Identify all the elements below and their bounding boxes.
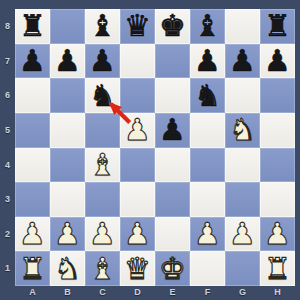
square-g4[interactable]: [225, 148, 260, 183]
square-b5[interactable]: [50, 113, 85, 148]
square-c7[interactable]: ♟: [85, 44, 120, 79]
white-pawn-d5[interactable]: ♟: [124, 114, 151, 146]
chessboard-frame: 87654321 ♜♝♛♚♝♜♟♟♟♟♟♟♞♞♟♟♞♝♟♟♟♟♟♟♟♜♞♝♛♚♜…: [0, 0, 300, 300]
square-g7[interactable]: ♟: [225, 44, 260, 79]
square-b1[interactable]: ♞: [50, 251, 85, 286]
black-pawn-c7[interactable]: ♟: [89, 45, 116, 77]
square-h5[interactable]: [260, 113, 295, 148]
square-e5[interactable]: ♟: [155, 113, 190, 148]
file-label-H: H: [260, 286, 295, 300]
white-bishop-c4[interactable]: ♝: [89, 149, 116, 181]
file-labels: ABCDEFGH: [15, 286, 295, 300]
black-bishop-f8[interactable]: ♝: [194, 10, 221, 42]
rank-label-8: 8: [0, 9, 15, 44]
square-b6[interactable]: [50, 78, 85, 113]
black-pawn-g7[interactable]: ♟: [229, 45, 256, 77]
black-knight-c6[interactable]: ♞: [89, 80, 116, 112]
square-e6[interactable]: [155, 78, 190, 113]
chess-board: ♜♝♛♚♝♜♟♟♟♟♟♟♞♞♟♟♞♝♟♟♟♟♟♟♟♜♞♝♛♚♜: [15, 9, 295, 286]
square-a4[interactable]: [15, 148, 50, 183]
white-knight-b1[interactable]: ♞: [54, 253, 81, 285]
white-pawn-g2[interactable]: ♟: [229, 218, 256, 250]
rank-label-6: 6: [0, 78, 15, 113]
black-bishop-c8[interactable]: ♝: [89, 10, 116, 42]
square-a8[interactable]: ♜: [15, 9, 50, 44]
square-f3[interactable]: [190, 182, 225, 217]
black-queen-d8[interactable]: ♛: [124, 10, 151, 42]
white-pawn-a2[interactable]: ♟: [19, 218, 46, 250]
rank-label-5: 5: [0, 113, 15, 148]
rank-label-4: 4: [0, 148, 15, 183]
square-e8[interactable]: ♚: [155, 9, 190, 44]
white-queen-d1[interactable]: ♛: [124, 253, 151, 285]
square-g5[interactable]: ♞: [225, 113, 260, 148]
square-h6[interactable]: [260, 78, 295, 113]
square-c6[interactable]: ♞: [85, 78, 120, 113]
square-h3[interactable]: [260, 182, 295, 217]
white-king-e1[interactable]: ♚: [159, 253, 186, 285]
white-pawn-h2[interactable]: ♟: [264, 218, 291, 250]
square-b8[interactable]: [50, 9, 85, 44]
square-a6[interactable]: [15, 78, 50, 113]
square-d6[interactable]: [120, 78, 155, 113]
white-pawn-f2[interactable]: ♟: [194, 218, 221, 250]
rank-labels: 87654321: [0, 9, 15, 286]
black-pawn-b7[interactable]: ♟: [54, 45, 81, 77]
black-rook-a8[interactable]: ♜: [19, 10, 46, 42]
square-d8[interactable]: ♛: [120, 9, 155, 44]
square-a3[interactable]: [15, 182, 50, 217]
square-f1[interactable]: [190, 251, 225, 286]
square-d7[interactable]: [120, 44, 155, 79]
square-h2[interactable]: ♟: [260, 217, 295, 252]
square-d3[interactable]: [120, 182, 155, 217]
black-king-e8[interactable]: ♚: [159, 10, 186, 42]
square-b4[interactable]: [50, 148, 85, 183]
square-g6[interactable]: [225, 78, 260, 113]
square-b3[interactable]: [50, 182, 85, 217]
square-g8[interactable]: [225, 9, 260, 44]
square-f5[interactable]: [190, 113, 225, 148]
white-rook-h1[interactable]: ♜: [264, 253, 291, 285]
white-pawn-d2[interactable]: ♟: [124, 218, 151, 250]
square-c5[interactable]: [85, 113, 120, 148]
square-e3[interactable]: [155, 182, 190, 217]
file-label-G: G: [225, 286, 260, 300]
square-f6[interactable]: ♞: [190, 78, 225, 113]
white-pawn-b2[interactable]: ♟: [54, 218, 81, 250]
square-h7[interactable]: ♟: [260, 44, 295, 79]
file-label-C: C: [85, 286, 120, 300]
square-b2[interactable]: ♟: [50, 217, 85, 252]
square-d5[interactable]: ♟: [120, 113, 155, 148]
square-a5[interactable]: [15, 113, 50, 148]
square-a1[interactable]: ♜: [15, 251, 50, 286]
black-pawn-h7[interactable]: ♟: [264, 45, 291, 77]
square-d4[interactable]: [120, 148, 155, 183]
black-pawn-f7[interactable]: ♟: [194, 45, 221, 77]
rank-label-2: 2: [0, 217, 15, 252]
square-d1[interactable]: ♛: [120, 251, 155, 286]
black-knight-f6[interactable]: ♞: [194, 80, 221, 112]
square-c3[interactable]: [85, 182, 120, 217]
square-f4[interactable]: [190, 148, 225, 183]
square-e4[interactable]: [155, 148, 190, 183]
file-label-F: F: [190, 286, 225, 300]
rank-label-1: 1: [0, 251, 15, 286]
file-label-E: E: [155, 286, 190, 300]
square-e2[interactable]: [155, 217, 190, 252]
black-pawn-e5[interactable]: ♟: [159, 114, 186, 146]
file-label-A: A: [15, 286, 50, 300]
square-c1[interactable]: ♝: [85, 251, 120, 286]
square-c4[interactable]: ♝: [85, 148, 120, 183]
square-h8[interactable]: ♜: [260, 9, 295, 44]
square-f2[interactable]: ♟: [190, 217, 225, 252]
black-pawn-a7[interactable]: ♟: [19, 45, 46, 77]
square-d2[interactable]: ♟: [120, 217, 155, 252]
file-label-D: D: [120, 286, 155, 300]
black-rook-h8[interactable]: ♜: [264, 10, 291, 42]
white-knight-g5[interactable]: ♞: [229, 114, 256, 146]
square-c2[interactable]: ♟: [85, 217, 120, 252]
square-c8[interactable]: ♝: [85, 9, 120, 44]
square-g3[interactable]: [225, 182, 260, 217]
white-pawn-c2[interactable]: ♟: [89, 218, 116, 250]
rank-label-7: 7: [0, 44, 15, 79]
white-bishop-c1[interactable]: ♝: [89, 253, 116, 285]
square-f7[interactable]: ♟: [190, 44, 225, 79]
square-f8[interactable]: ♝: [190, 9, 225, 44]
white-rook-a1[interactable]: ♜: [19, 253, 46, 285]
square-e7[interactable]: [155, 44, 190, 79]
file-label-B: B: [50, 286, 85, 300]
square-g2[interactable]: ♟: [225, 217, 260, 252]
square-e1[interactable]: ♚: [155, 251, 190, 286]
square-g1[interactable]: [225, 251, 260, 286]
square-h1[interactable]: ♜: [260, 251, 295, 286]
square-a2[interactable]: ♟: [15, 217, 50, 252]
square-a7[interactable]: ♟: [15, 44, 50, 79]
rank-label-3: 3: [0, 182, 15, 217]
square-b7[interactable]: ♟: [50, 44, 85, 79]
square-h4[interactable]: [260, 148, 295, 183]
